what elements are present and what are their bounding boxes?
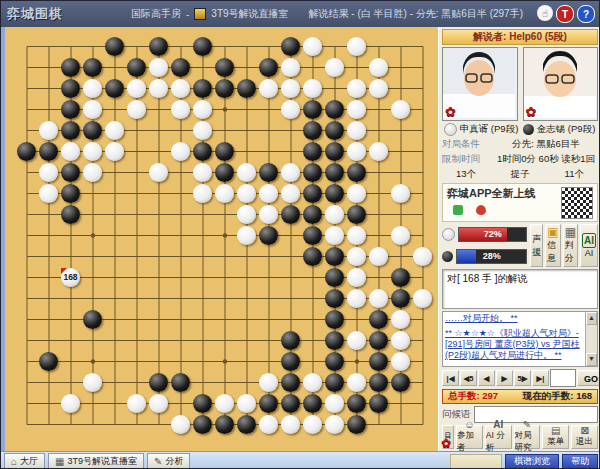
board-cell[interactable] — [82, 393, 104, 414]
board-cell[interactable] — [236, 57, 258, 78]
board-cell[interactable] — [390, 162, 412, 183]
board-cell[interactable] — [368, 330, 390, 351]
board-cell[interactable] — [38, 141, 60, 162]
help-icon[interactable]: ? — [577, 5, 595, 23]
board-cell[interactable] — [170, 36, 192, 57]
board-cell[interactable] — [390, 183, 412, 204]
board-cell[interactable] — [104, 99, 126, 120]
board-cell[interactable] — [104, 393, 126, 414]
board-cell[interactable] — [346, 351, 368, 372]
board-cell[interactable] — [258, 120, 280, 141]
board-cell[interactable] — [148, 183, 170, 204]
board-cell[interactable] — [60, 393, 82, 414]
move-number-input[interactable] — [550, 369, 576, 387]
board-cell[interactable] — [60, 372, 82, 393]
board-cell[interactable] — [214, 372, 236, 393]
board-cell[interactable] — [236, 162, 258, 183]
greeting-input[interactable] — [474, 406, 599, 423]
board-cell[interactable] — [192, 246, 214, 267]
board-cell[interactable] — [258, 183, 280, 204]
board-cell[interactable] — [16, 162, 38, 183]
board-cell[interactable] — [82, 267, 104, 288]
board-cell[interactable] — [368, 246, 390, 267]
board-cell[interactable] — [236, 372, 258, 393]
board-cell[interactable] — [280, 120, 302, 141]
board-cell[interactable] — [126, 99, 148, 120]
board-cell[interactable] — [324, 57, 346, 78]
board-cell[interactable] — [346, 309, 368, 330]
board-cell[interactable] — [236, 225, 258, 246]
board-cell[interactable] — [16, 309, 38, 330]
board-cell[interactable] — [346, 162, 368, 183]
help-button[interactable]: 帮助 — [562, 454, 598, 469]
board-cell[interactable] — [346, 183, 368, 204]
board-cell[interactable] — [280, 288, 302, 309]
toolbar-research-button[interactable]: ✎对局研究 — [514, 425, 541, 449]
board-cell[interactable] — [302, 120, 324, 141]
board-cell[interactable] — [258, 330, 280, 351]
board-cell[interactable] — [368, 78, 390, 99]
board-cell[interactable] — [324, 141, 346, 162]
board-cell[interactable] — [38, 120, 60, 141]
board-cell[interactable] — [38, 99, 60, 120]
board-cell[interactable] — [126, 393, 148, 414]
action-rose-button[interactable]: ✿声援 — [530, 224, 543, 267]
board-cell[interactable] — [126, 204, 148, 225]
board-cell[interactable] — [258, 393, 280, 414]
board-cell[interactable] — [302, 330, 324, 351]
board-cell[interactable] — [302, 141, 324, 162]
board-cell[interactable] — [16, 225, 38, 246]
board-cell[interactable] — [280, 141, 302, 162]
board-cell[interactable] — [148, 57, 170, 78]
board-cell[interactable] — [324, 372, 346, 393]
board-cell[interactable] — [346, 267, 368, 288]
board-cell[interactable] — [324, 78, 346, 99]
board-cell[interactable] — [390, 225, 412, 246]
board-cell[interactable] — [324, 309, 346, 330]
board-cell[interactable] — [412, 288, 434, 309]
board-cell[interactable] — [302, 183, 324, 204]
board-cell[interactable] — [214, 288, 236, 309]
board-cell[interactable] — [104, 162, 126, 183]
board-cell[interactable] — [126, 309, 148, 330]
board-cell[interactable] — [148, 330, 170, 351]
board-cell[interactable] — [324, 393, 346, 414]
board-cell[interactable] — [148, 120, 170, 141]
board-cell[interactable] — [126, 36, 148, 57]
board-cell[interactable] — [324, 120, 346, 141]
board-cell[interactable] — [104, 414, 126, 435]
board-cell[interactable] — [192, 225, 214, 246]
board-cell[interactable] — [258, 372, 280, 393]
board-cell[interactable] — [324, 162, 346, 183]
board-cell[interactable] — [126, 183, 148, 204]
board-cell[interactable] — [346, 120, 368, 141]
board-cell[interactable] — [368, 204, 390, 225]
board-cell[interactable] — [38, 162, 60, 183]
board-cell[interactable] — [346, 414, 368, 435]
board-cell[interactable] — [170, 330, 192, 351]
board-cell[interactable] — [258, 414, 280, 435]
board-cell[interactable] — [368, 288, 390, 309]
board-cell[interactable] — [324, 288, 346, 309]
board-cell[interactable] — [280, 393, 302, 414]
chat-scrollbar[interactable]: ▲ ▼ — [585, 312, 597, 366]
nav-button-2[interactable]: ◀ — [478, 370, 495, 386]
board-cell[interactable] — [214, 246, 236, 267]
board-cell[interactable] — [390, 309, 412, 330]
board-cell[interactable] — [192, 309, 214, 330]
board-cell[interactable] — [412, 141, 434, 162]
board-cell[interactable] — [236, 78, 258, 99]
board-cell[interactable] — [148, 309, 170, 330]
board-cell[interactable] — [60, 78, 82, 99]
board-cell[interactable] — [170, 57, 192, 78]
toolbar-menu-button[interactable]: ▤菜单 — [542, 425, 569, 449]
board-cell[interactable] — [302, 246, 324, 267]
board-cell[interactable] — [368, 36, 390, 57]
board-cell[interactable] — [192, 351, 214, 372]
board-cell[interactable] — [302, 288, 324, 309]
board-cell[interactable] — [214, 99, 236, 120]
board-cell[interactable] — [16, 36, 38, 57]
board-cell[interactable] — [60, 36, 82, 57]
action-info-button[interactable]: ▣信息 — [545, 224, 560, 267]
board-cell[interactable] — [16, 183, 38, 204]
board-cell[interactable] — [148, 246, 170, 267]
board-cell[interactable] — [82, 288, 104, 309]
board-cell[interactable] — [390, 393, 412, 414]
board-cell[interactable] — [280, 204, 302, 225]
board-cell[interactable] — [390, 78, 412, 99]
board-cell[interactable] — [104, 372, 126, 393]
board-cell[interactable] — [192, 393, 214, 414]
hand-icon[interactable]: ☝ — [537, 5, 553, 21]
board-cell[interactable] — [60, 351, 82, 372]
board-cell[interactable] — [412, 78, 434, 99]
board-cell[interactable] — [302, 36, 324, 57]
board-cell[interactable] — [104, 246, 126, 267]
board-cell[interactable] — [16, 267, 38, 288]
board-cell[interactable] — [390, 246, 412, 267]
board-cell[interactable] — [324, 330, 346, 351]
board-cell[interactable] — [236, 246, 258, 267]
board-cell[interactable] — [126, 225, 148, 246]
board-cell[interactable] — [368, 309, 390, 330]
board-cell[interactable] — [368, 183, 390, 204]
board-cell[interactable] — [82, 99, 104, 120]
board-cell[interactable] — [412, 309, 434, 330]
board-cell[interactable] — [280, 162, 302, 183]
board-cell[interactable] — [16, 393, 38, 414]
board-cell[interactable] — [16, 120, 38, 141]
board-cell[interactable] — [412, 393, 434, 414]
board-cell[interactable] — [302, 414, 324, 435]
board-cell[interactable] — [38, 204, 60, 225]
board-cell[interactable] — [82, 57, 104, 78]
board-cell[interactable] — [412, 36, 434, 57]
board-cell[interactable] — [346, 78, 368, 99]
board-cell[interactable] — [214, 120, 236, 141]
board-cell[interactable] — [412, 99, 434, 120]
board-cell[interactable] — [258, 36, 280, 57]
board-cell[interactable] — [280, 330, 302, 351]
board-cell[interactable] — [82, 141, 104, 162]
board-cell[interactable] — [236, 393, 258, 414]
board-cell[interactable] — [104, 141, 126, 162]
board-cell[interactable] — [148, 372, 170, 393]
board-cell[interactable] — [148, 267, 170, 288]
board-cell[interactable] — [302, 204, 324, 225]
board-cell[interactable] — [368, 393, 390, 414]
board-cell[interactable] — [148, 414, 170, 435]
board-cell[interactable] — [236, 141, 258, 162]
board-cell[interactable] — [412, 225, 434, 246]
board-cell[interactable] — [16, 204, 38, 225]
board-cell[interactable] — [214, 414, 236, 435]
board-cell[interactable] — [346, 204, 368, 225]
action-ai-button[interactable]: AIAI — [580, 224, 598, 267]
board-cell[interactable] — [148, 288, 170, 309]
board-cell[interactable] — [170, 183, 192, 204]
board-cell[interactable] — [170, 120, 192, 141]
board-cell[interactable] — [82, 351, 104, 372]
board-cell[interactable] — [60, 141, 82, 162]
board-cell[interactable] — [258, 162, 280, 183]
board-cell[interactable] — [302, 267, 324, 288]
board-cell[interactable] — [368, 351, 390, 372]
board-cell[interactable] — [412, 120, 434, 141]
board-cell[interactable] — [82, 78, 104, 99]
board-cell[interactable] — [214, 204, 236, 225]
board-cell[interactable] — [16, 414, 38, 435]
board-cell[interactable] — [280, 414, 302, 435]
board-cell[interactable] — [412, 57, 434, 78]
board-cell[interactable] — [390, 141, 412, 162]
board-cell[interactable] — [214, 267, 236, 288]
board-cell[interactable] — [324, 225, 346, 246]
board-cell[interactable] — [16, 78, 38, 99]
board-cell[interactable] — [38, 57, 60, 78]
board-cell[interactable] — [236, 351, 258, 372]
action-score-button[interactable]: ▦判分 — [563, 224, 578, 267]
board-cell[interactable] — [324, 246, 346, 267]
board-cell[interactable] — [324, 204, 346, 225]
nav-button-4[interactable]: 5▶ — [514, 370, 531, 386]
board-cell[interactable] — [280, 351, 302, 372]
board-cell[interactable] — [82, 225, 104, 246]
board-cell[interactable] — [104, 183, 126, 204]
board-cell[interactable] — [192, 99, 214, 120]
board-cell[interactable] — [104, 330, 126, 351]
board-cell[interactable] — [38, 414, 60, 435]
board-cell[interactable] — [214, 36, 236, 57]
board-cell[interactable] — [192, 183, 214, 204]
board-cell[interactable] — [390, 414, 412, 435]
toolbar-ai-button[interactable]: AIAI 分析 — [485, 425, 512, 449]
board-cell[interactable] — [16, 288, 38, 309]
board-cell[interactable] — [412, 162, 434, 183]
board-cell[interactable] — [258, 78, 280, 99]
board-cell[interactable] — [258, 225, 280, 246]
board-cell[interactable] — [192, 36, 214, 57]
board-cell[interactable] — [192, 267, 214, 288]
board-cell[interactable] — [214, 393, 236, 414]
board-cell[interactable] — [38, 78, 60, 99]
board-cell[interactable] — [126, 120, 148, 141]
send-button[interactable] — [450, 454, 502, 469]
board-cell[interactable] — [60, 204, 82, 225]
board-cell[interactable] — [236, 267, 258, 288]
board-cell[interactable] — [346, 57, 368, 78]
board-cell[interactable] — [16, 372, 38, 393]
board-cell[interactable] — [324, 183, 346, 204]
board-cell[interactable] — [38, 246, 60, 267]
board-cell[interactable] — [302, 57, 324, 78]
board-cell[interactable] — [126, 330, 148, 351]
board-cell[interactable] — [412, 372, 434, 393]
board-cell[interactable] — [390, 120, 412, 141]
board-cell[interactable] — [412, 351, 434, 372]
board-cell[interactable] — [126, 162, 148, 183]
board-cell[interactable] — [368, 57, 390, 78]
board-cell[interactable] — [192, 162, 214, 183]
board-cell[interactable] — [82, 372, 104, 393]
go-button[interactable]: GO — [577, 370, 600, 386]
kifu-browse-button[interactable]: 棋谱浏览 — [505, 454, 559, 469]
board-cell[interactable] — [214, 351, 236, 372]
board-cell[interactable] — [38, 309, 60, 330]
board-cell[interactable] — [104, 267, 126, 288]
board-cell[interactable] — [302, 372, 324, 393]
board-cell[interactable] — [192, 141, 214, 162]
board-cell[interactable] — [214, 57, 236, 78]
nav-button-3[interactable]: ▶ — [496, 370, 513, 386]
board-cell[interactable] — [236, 99, 258, 120]
board-cell[interactable] — [236, 288, 258, 309]
board-cell[interactable] — [214, 141, 236, 162]
board-cell[interactable] — [82, 414, 104, 435]
board-cell[interactable] — [82, 162, 104, 183]
board-cell[interactable] — [258, 267, 280, 288]
board-cell[interactable] — [170, 393, 192, 414]
board-cell[interactable] — [324, 414, 346, 435]
board-cell[interactable] — [214, 225, 236, 246]
board-cell[interactable] — [170, 78, 192, 99]
board-cell[interactable] — [126, 288, 148, 309]
board-cell[interactable] — [324, 351, 346, 372]
board-cell[interactable] — [38, 330, 60, 351]
board-cell[interactable] — [60, 120, 82, 141]
board-cell[interactable] — [390, 372, 412, 393]
board-cell[interactable] — [302, 99, 324, 120]
board-cell[interactable] — [148, 393, 170, 414]
board-cell[interactable] — [390, 267, 412, 288]
board-cell[interactable] — [82, 246, 104, 267]
board-cell[interactable] — [82, 309, 104, 330]
board-cell[interactable] — [280, 57, 302, 78]
board-cell[interactable] — [60, 57, 82, 78]
board-cell[interactable] — [302, 393, 324, 414]
board-cell[interactable] — [258, 204, 280, 225]
nav-button-0[interactable]: |◀ — [442, 370, 459, 386]
board-cell[interactable] — [148, 99, 170, 120]
board-cell[interactable] — [324, 99, 346, 120]
board-cell[interactable] — [390, 36, 412, 57]
board-cell[interactable] — [148, 225, 170, 246]
board-cell[interactable] — [412, 267, 434, 288]
board-cell[interactable] — [82, 183, 104, 204]
board-cell[interactable] — [346, 36, 368, 57]
board-cell[interactable] — [170, 288, 192, 309]
board-cell[interactable] — [280, 372, 302, 393]
board-cell[interactable] — [280, 183, 302, 204]
board-cell[interactable] — [38, 351, 60, 372]
board-cell[interactable] — [214, 309, 236, 330]
board-cell[interactable] — [346, 246, 368, 267]
scroll-down-icon[interactable]: ▼ — [586, 353, 597, 366]
board-cell[interactable] — [126, 372, 148, 393]
board-cell[interactable] — [258, 309, 280, 330]
board-cell[interactable] — [236, 183, 258, 204]
board-cell[interactable] — [60, 162, 82, 183]
board-cell[interactable] — [412, 204, 434, 225]
board-cell[interactable] — [368, 120, 390, 141]
board-cell[interactable] — [170, 162, 192, 183]
board-cell[interactable] — [214, 162, 236, 183]
board-cell[interactable] — [60, 99, 82, 120]
board-cell[interactable] — [390, 330, 412, 351]
board-cell[interactable] — [236, 330, 258, 351]
board-cell[interactable] — [16, 351, 38, 372]
board-cell[interactable] — [104, 120, 126, 141]
board-cell[interactable] — [170, 267, 192, 288]
board-cell[interactable] — [368, 162, 390, 183]
board-cell[interactable] — [192, 57, 214, 78]
board-cell[interactable] — [368, 99, 390, 120]
board-cell[interactable] — [60, 330, 82, 351]
board-cell[interactable] — [170, 414, 192, 435]
board-cell[interactable] — [258, 246, 280, 267]
board-cell[interactable] — [82, 330, 104, 351]
board-cell[interactable] — [192, 372, 214, 393]
app-banner[interactable]: 弈城APP全新上线 — [442, 183, 598, 222]
taskbar-tab-board[interactable]: ▦3T9号解说直播室 — [48, 453, 144, 469]
board-cell[interactable] — [126, 78, 148, 99]
board-cell[interactable] — [126, 267, 148, 288]
board-cell[interactable] — [324, 36, 346, 57]
board-cell[interactable] — [60, 246, 82, 267]
board-cell[interactable] — [390, 351, 412, 372]
board-cell[interactable] — [170, 141, 192, 162]
board-cell[interactable] — [60, 288, 82, 309]
board-cell[interactable] — [390, 99, 412, 120]
board-cell[interactable] — [302, 351, 324, 372]
board-cell[interactable] — [170, 351, 192, 372]
board-cell[interactable] — [82, 36, 104, 57]
board-cell[interactable] — [368, 225, 390, 246]
board-cell[interactable] — [104, 78, 126, 99]
board-cell[interactable] — [126, 141, 148, 162]
board-cell[interactable] — [302, 225, 324, 246]
board-cell[interactable] — [280, 36, 302, 57]
commentary-box[interactable]: 对[ 168 手 ]的解说 — [442, 269, 598, 309]
board-cell[interactable] — [280, 267, 302, 288]
board-cell[interactable] — [236, 204, 258, 225]
board-cell[interactable] — [236, 120, 258, 141]
board-cell[interactable] — [214, 183, 236, 204]
